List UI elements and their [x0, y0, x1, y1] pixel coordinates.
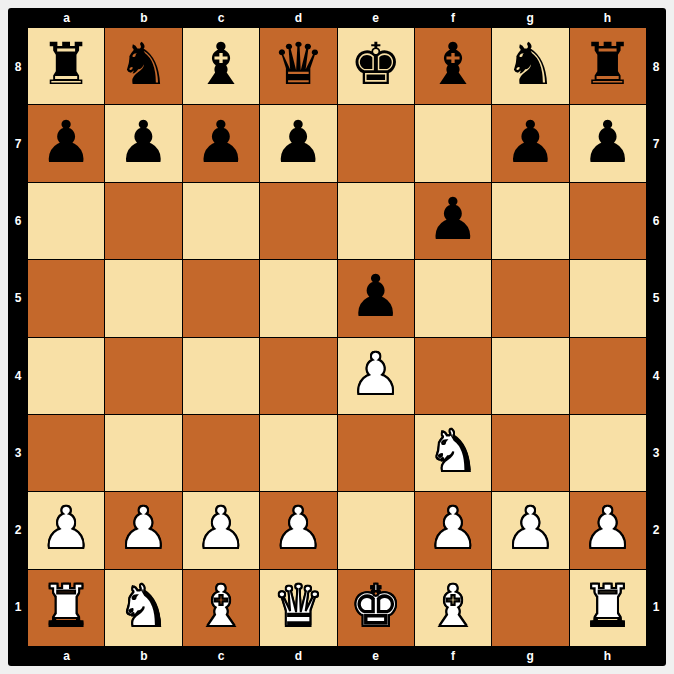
black-queen-d8[interactable]: ♛: [272, 35, 324, 93]
square-a6[interactable]: [28, 183, 104, 259]
square-b2[interactable]: ♟: [105, 492, 181, 568]
white-queen-d1[interactable]: ♛: [272, 577, 324, 635]
file-labels-bottom: abcdefgh: [28, 646, 646, 666]
square-h8[interactable]: ♜: [570, 28, 646, 104]
rank-label-8: 8: [646, 28, 666, 105]
file-label-b: b: [105, 8, 182, 28]
square-f6[interactable]: ♟: [415, 183, 491, 259]
black-king-e8[interactable]: ♚: [350, 35, 402, 93]
square-f5[interactable]: [415, 260, 491, 336]
black-bishop-c8[interactable]: ♝: [195, 35, 247, 93]
square-a8[interactable]: ♜: [28, 28, 104, 104]
rank-label-6: 6: [646, 183, 666, 260]
square-g4[interactable]: [492, 338, 568, 414]
square-h3[interactable]: [570, 415, 646, 491]
file-label-h: h: [569, 646, 646, 666]
white-pawn-f2[interactable]: ♟: [427, 499, 479, 557]
square-a1[interactable]: ♜: [28, 570, 104, 646]
square-d1[interactable]: ♛: [260, 570, 336, 646]
file-label-g: g: [492, 8, 569, 28]
white-bishop-c1[interactable]: ♝: [195, 577, 247, 635]
square-e7[interactable]: [338, 105, 414, 181]
square-e5[interactable]: ♟: [338, 260, 414, 336]
square-g2[interactable]: ♟: [492, 492, 568, 568]
square-e3[interactable]: [338, 415, 414, 491]
black-pawn-g7[interactable]: ♟: [504, 113, 556, 171]
square-f1[interactable]: ♝: [415, 570, 491, 646]
black-knight-b8[interactable]: ♞: [118, 35, 170, 93]
file-labels-top: abcdefgh: [28, 8, 646, 28]
square-a3[interactable]: [28, 415, 104, 491]
square-b8[interactable]: ♞: [105, 28, 181, 104]
square-b1[interactable]: ♞: [105, 570, 181, 646]
white-pawn-h2[interactable]: ♟: [582, 499, 634, 557]
square-a2[interactable]: ♟: [28, 492, 104, 568]
square-d7[interactable]: ♟: [260, 105, 336, 181]
square-h5[interactable]: [570, 260, 646, 336]
file-label-b: b: [105, 646, 182, 666]
white-knight-b1[interactable]: ♞: [118, 577, 170, 635]
rank-label-4: 4: [8, 337, 28, 414]
square-e8[interactable]: ♚: [338, 28, 414, 104]
square-g7[interactable]: ♟: [492, 105, 568, 181]
file-label-e: e: [337, 646, 414, 666]
square-h6[interactable]: [570, 183, 646, 259]
board-frame: abcdefgh 87654321 ♜♞♝♛♚♝♞♜♟♟♟♟♟♟♟♟♟♞♟♟♟♟…: [8, 8, 666, 666]
square-g5[interactable]: [492, 260, 568, 336]
rank-label-5: 5: [8, 260, 28, 337]
file-label-c: c: [183, 646, 260, 666]
rank-label-6: 6: [8, 183, 28, 260]
square-e4[interactable]: ♟: [338, 338, 414, 414]
square-c8[interactable]: ♝: [183, 28, 259, 104]
square-f2[interactable]: ♟: [415, 492, 491, 568]
black-rook-a8[interactable]: ♜: [40, 35, 92, 93]
white-pawn-b2[interactable]: ♟: [118, 499, 170, 557]
square-f7[interactable]: [415, 105, 491, 181]
white-knight-f3[interactable]: ♞: [427, 422, 479, 480]
rank-label-3: 3: [8, 414, 28, 491]
square-d5[interactable]: [260, 260, 336, 336]
square-h4[interactable]: [570, 338, 646, 414]
square-g8[interactable]: ♞: [492, 28, 568, 104]
black-pawn-h7[interactable]: ♟: [582, 113, 634, 171]
chess-diagram: abcdefgh 87654321 ♜♞♝♛♚♝♞♜♟♟♟♟♟♟♟♟♟♞♟♟♟♟…: [0, 0, 674, 674]
file-label-a: a: [28, 646, 105, 666]
black-rook-h8[interactable]: ♜: [582, 35, 634, 93]
rank-label-2: 2: [646, 492, 666, 569]
black-pawn-e5[interactable]: ♟: [350, 267, 402, 325]
white-pawn-c2[interactable]: ♟: [195, 499, 247, 557]
white-pawn-g2[interactable]: ♟: [504, 499, 556, 557]
square-e2[interactable]: [338, 492, 414, 568]
square-a5[interactable]: [28, 260, 104, 336]
file-label-f: f: [414, 8, 491, 28]
white-rook-a1[interactable]: ♜: [40, 577, 92, 635]
square-d2[interactable]: ♟: [260, 492, 336, 568]
square-c1[interactable]: ♝: [183, 570, 259, 646]
file-label-d: d: [260, 8, 337, 28]
square-b5[interactable]: [105, 260, 181, 336]
square-d8[interactable]: ♛: [260, 28, 336, 104]
rank-label-1: 1: [646, 569, 666, 646]
rank-label-4: 4: [646, 337, 666, 414]
file-label-g: g: [492, 646, 569, 666]
black-knight-g8[interactable]: ♞: [504, 35, 556, 93]
white-king-e1[interactable]: ♚: [350, 577, 402, 635]
file-label-h: h: [569, 8, 646, 28]
square-b6[interactable]: [105, 183, 181, 259]
black-pawn-f6[interactable]: ♟: [427, 190, 479, 248]
square-d3[interactable]: [260, 415, 336, 491]
square-c4[interactable]: [183, 338, 259, 414]
square-f3[interactable]: ♞: [415, 415, 491, 491]
square-c6[interactable]: [183, 183, 259, 259]
square-c3[interactable]: [183, 415, 259, 491]
file-label-c: c: [183, 8, 260, 28]
square-e1[interactable]: ♚: [338, 570, 414, 646]
square-h2[interactable]: ♟: [570, 492, 646, 568]
square-f4[interactable]: [415, 338, 491, 414]
white-rook-h1[interactable]: ♜: [582, 577, 634, 635]
black-pawn-c7[interactable]: ♟: [195, 113, 247, 171]
square-g1[interactable]: [492, 570, 568, 646]
square-h7[interactable]: ♟: [570, 105, 646, 181]
square-c7[interactable]: ♟: [183, 105, 259, 181]
square-b7[interactable]: ♟: [105, 105, 181, 181]
board: ♜♞♝♛♚♝♞♜♟♟♟♟♟♟♟♟♟♞♟♟♟♟♟♟♟♜♞♝♛♚♝♜: [28, 28, 646, 646]
rank-labels-right: 87654321: [646, 28, 666, 646]
file-label-e: e: [337, 8, 414, 28]
square-c2[interactable]: ♟: [183, 492, 259, 568]
square-g6[interactable]: [492, 183, 568, 259]
rank-label-1: 1: [8, 569, 28, 646]
white-pawn-a2[interactable]: ♟: [40, 499, 92, 557]
square-a7[interactable]: ♟: [28, 105, 104, 181]
square-h1[interactable]: ♜: [570, 570, 646, 646]
file-label-a: a: [28, 8, 105, 28]
rank-labels-left: 87654321: [8, 28, 28, 646]
black-bishop-f8[interactable]: ♝: [427, 35, 479, 93]
black-pawn-b7[interactable]: ♟: [118, 113, 170, 171]
square-d6[interactable]: [260, 183, 336, 259]
rank-label-3: 3: [646, 414, 666, 491]
white-pawn-e4[interactable]: ♟: [350, 345, 402, 403]
square-d4[interactable]: [260, 338, 336, 414]
rank-label-8: 8: [8, 28, 28, 105]
rank-label-7: 7: [8, 105, 28, 182]
black-pawn-d7[interactable]: ♟: [272, 113, 324, 171]
square-g3[interactable]: [492, 415, 568, 491]
square-b4[interactable]: [105, 338, 181, 414]
square-c5[interactable]: [183, 260, 259, 336]
square-f8[interactable]: ♝: [415, 28, 491, 104]
square-b3[interactable]: [105, 415, 181, 491]
file-label-d: d: [260, 646, 337, 666]
rank-label-2: 2: [8, 492, 28, 569]
square-a4[interactable]: [28, 338, 104, 414]
file-label-f: f: [414, 646, 491, 666]
rank-label-7: 7: [646, 105, 666, 182]
white-pawn-d2[interactable]: ♟: [272, 499, 324, 557]
white-bishop-f1[interactable]: ♝: [427, 577, 479, 635]
square-e6[interactable]: [338, 183, 414, 259]
black-pawn-a7[interactable]: ♟: [40, 113, 92, 171]
rank-label-5: 5: [646, 260, 666, 337]
